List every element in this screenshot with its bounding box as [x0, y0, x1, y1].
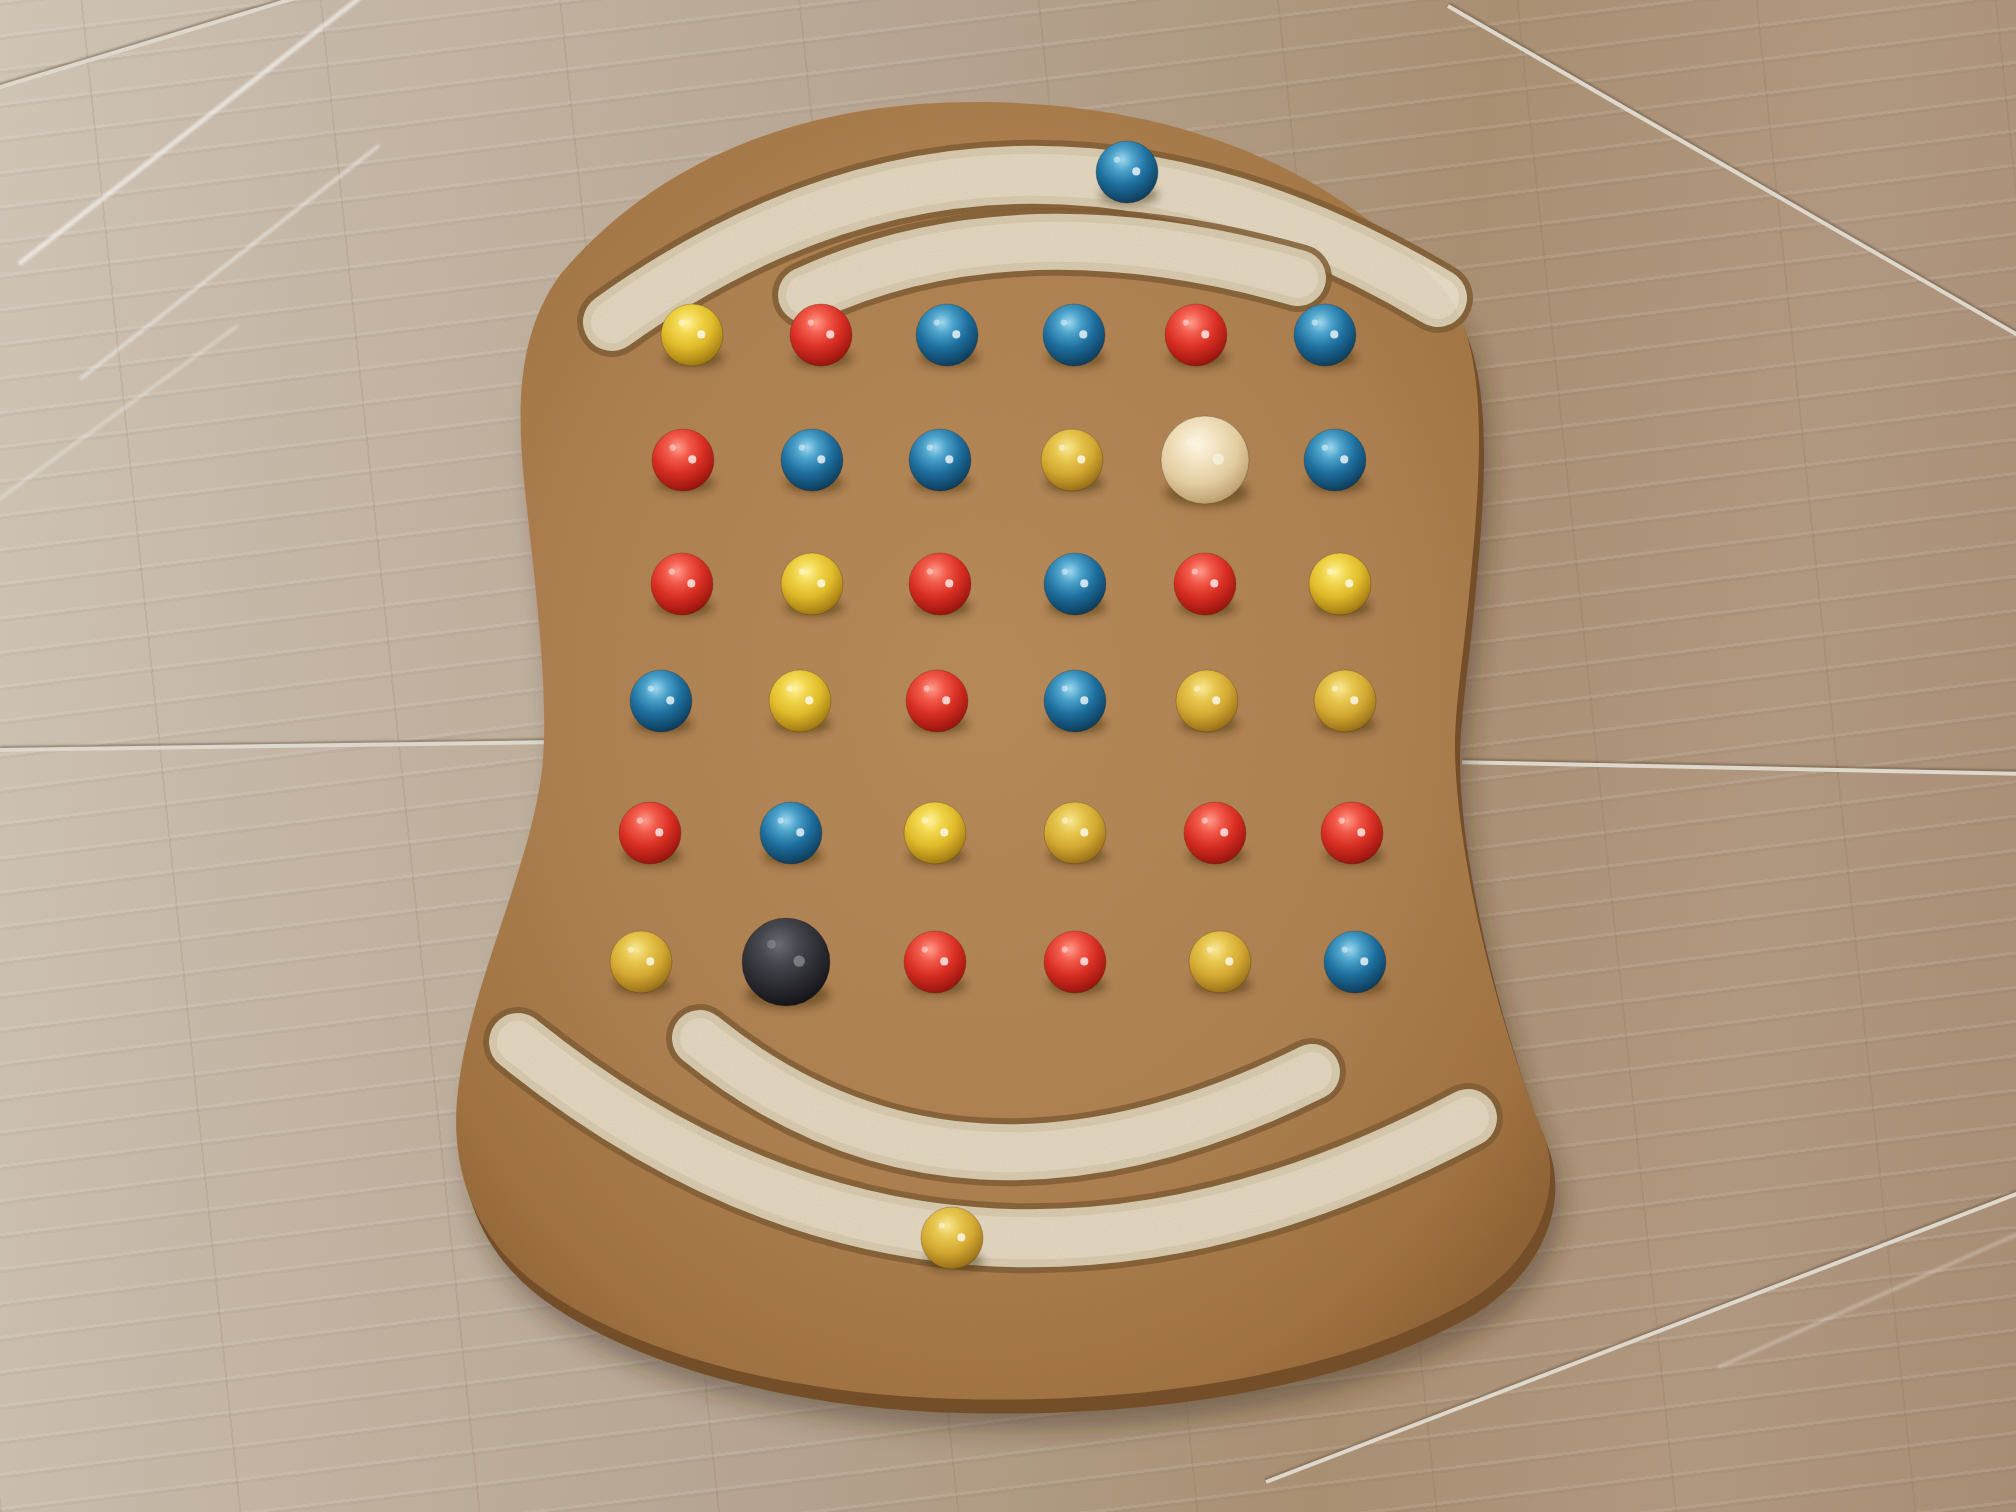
marble-r1c2-red[interactable]: [790, 304, 852, 368]
marble-highlight: [793, 955, 804, 966]
marble-r2c6-blue[interactable]: [1304, 429, 1366, 493]
marble-yellow_wood: [1314, 670, 1376, 732]
marble-blue: [630, 670, 692, 732]
marble-r4c6-yellow_wood[interactable]: [1314, 670, 1376, 734]
marble-r3c5-red[interactable]: [1174, 553, 1236, 617]
marble-highlight: [1332, 686, 1338, 692]
marble-highlight: [1360, 957, 1368, 965]
marble-black: [742, 918, 830, 1006]
marble-highlight: [940, 828, 948, 836]
marble-highlight: [1132, 167, 1140, 175]
marble-blue: [781, 429, 843, 491]
marble-highlight: [637, 818, 643, 824]
marble-highlight: [927, 445, 933, 451]
marble-highlight: [1202, 818, 1208, 824]
marble-r3c6-yellow[interactable]: [1309, 553, 1371, 617]
marble-yellow: [661, 304, 723, 366]
marble-highlight: [1207, 947, 1213, 953]
marble-r5c1-red[interactable]: [619, 802, 681, 866]
marble-blue: [1294, 304, 1356, 366]
marble-r1c4-blue[interactable]: [1043, 304, 1105, 368]
marble-highlight: [826, 330, 834, 338]
marble-r5c6-red[interactable]: [1321, 802, 1383, 866]
marble-r1c6-blue[interactable]: [1294, 304, 1356, 368]
marble-r3c2-yellow[interactable]: [781, 553, 843, 617]
marble-highlight: [628, 947, 634, 953]
marble-highlight: [1350, 696, 1358, 704]
marble-highlight: [1059, 445, 1065, 451]
marble-red: [1044, 931, 1106, 993]
marble-r2c3-blue[interactable]: [909, 429, 971, 493]
marble-yellow: [904, 802, 966, 864]
marble-highlight: [1339, 818, 1345, 824]
marble-red: [1184, 802, 1246, 864]
marble-highlight: [922, 818, 928, 824]
marble-r4c3-red[interactable]: [906, 670, 968, 734]
marble-highlight: [1340, 455, 1348, 463]
marble-highlight: [1330, 330, 1338, 338]
marble-highlight: [767, 940, 776, 949]
marble-yellow_wood: [921, 1207, 983, 1269]
marble-highlight: [1183, 320, 1189, 326]
marble-r6c6-blue[interactable]: [1324, 931, 1386, 995]
marble-top-channel-blue[interactable]: [1096, 141, 1158, 205]
marble-r1c1-yellow[interactable]: [661, 304, 723, 368]
marble-highlight: [817, 579, 825, 587]
marble-r5c5-red[interactable]: [1184, 802, 1246, 866]
marble-highlight: [648, 686, 654, 692]
marble-yellow_wood: [1189, 931, 1251, 993]
marble-highlight: [1220, 828, 1228, 836]
marble-yellow_wood: [1044, 802, 1106, 864]
marble-highlight: [808, 320, 814, 326]
marble-highlight: [778, 818, 784, 824]
marble-highlight: [1345, 579, 1353, 587]
marble-highlight: [927, 569, 933, 575]
marble-yellow_wood: [610, 931, 672, 993]
marble-red: [1165, 304, 1227, 366]
marble-r2c5-natural[interactable]: [1161, 416, 1249, 507]
marble-r2c2-blue[interactable]: [781, 429, 843, 493]
marble-blue: [1096, 141, 1158, 203]
marble-highlight: [646, 957, 654, 965]
marble-highlight: [687, 579, 695, 587]
marble-highlight: [1079, 330, 1087, 338]
marble-highlight: [1114, 157, 1120, 163]
marble-r3c1-red[interactable]: [651, 553, 713, 617]
marble-highlight: [787, 686, 793, 692]
marble-red: [909, 553, 971, 615]
marble-r5c2-blue[interactable]: [760, 802, 822, 866]
marble-highlight: [817, 455, 825, 463]
marble-blue: [916, 304, 978, 366]
marble-highlight: [934, 320, 940, 326]
marble-highlight: [1212, 453, 1223, 464]
marble-highlight: [1194, 686, 1200, 692]
marble-highlight: [1061, 320, 1067, 326]
marble-highlight: [1062, 818, 1068, 824]
marble-highlight: [1322, 445, 1328, 451]
marble-highlight: [697, 330, 705, 338]
marble-highlight: [942, 696, 950, 704]
marble-r3c4-blue[interactable]: [1044, 553, 1106, 617]
marble-r4c4-blue[interactable]: [1044, 670, 1106, 734]
marble-yellow: [781, 553, 843, 615]
marble-highlight: [1062, 947, 1068, 953]
marble-highlight: [922, 947, 928, 953]
marble-r6c3-red[interactable]: [904, 931, 966, 995]
marble-highlight: [1080, 828, 1088, 836]
board-scene: [0, 0, 2016, 1512]
marble-highlight: [1062, 569, 1068, 575]
marble-r5c4-yellow_wood[interactable]: [1044, 802, 1106, 866]
marble-highlight: [688, 455, 696, 463]
marble-r2c4-yellow_wood[interactable]: [1041, 429, 1103, 493]
marble-highlight: [1357, 828, 1365, 836]
marble-highlight: [945, 579, 953, 587]
marble-highlight: [796, 828, 804, 836]
marble-blue: [1044, 553, 1106, 615]
marble-highlight: [1192, 569, 1198, 575]
marble-highlight: [670, 445, 676, 451]
marble-bottom-channel-yellow_wood[interactable]: [921, 1207, 983, 1271]
marble-blue: [1324, 931, 1386, 993]
marble-highlight: [1077, 455, 1085, 463]
marble-yellow_wood: [1176, 670, 1238, 732]
board-texture: [456, 102, 1550, 1400]
marble-highlight: [805, 696, 813, 704]
marble-highlight: [1201, 330, 1209, 338]
marble-blue: [1043, 304, 1105, 366]
marble-r6c5-yellow_wood[interactable]: [1189, 931, 1251, 995]
marble-natural: [1161, 416, 1249, 504]
marble-r4c2-yellow[interactable]: [769, 670, 831, 734]
marble-yellow_wood: [1041, 429, 1103, 491]
marble-highlight: [1212, 696, 1220, 704]
marble-red: [651, 553, 713, 615]
marble-red: [619, 802, 681, 864]
marble-r6c1-yellow_wood[interactable]: [610, 931, 672, 995]
marble-highlight: [957, 1233, 965, 1241]
marble-highlight: [669, 569, 675, 575]
marble-highlight: [1342, 947, 1348, 953]
marble-highlight: [1225, 957, 1233, 965]
marble-highlight: [945, 455, 953, 463]
marble-highlight: [924, 686, 930, 692]
marble-r1c5-red[interactable]: [1165, 304, 1227, 368]
marble-yellow: [1309, 553, 1371, 615]
marble-highlight: [1210, 579, 1218, 587]
marble-red: [1174, 553, 1236, 615]
marble-r1c3-blue[interactable]: [916, 304, 978, 368]
marble-highlight: [679, 320, 685, 326]
marble-red: [904, 931, 966, 993]
marble-red: [790, 304, 852, 366]
marble-highlight: [1080, 696, 1088, 704]
marble-r4c1-blue[interactable]: [630, 670, 692, 734]
marble-r6c2-black[interactable]: [742, 918, 830, 1009]
marble-highlight: [1312, 320, 1318, 326]
marble-r4c5-yellow_wood[interactable]: [1176, 670, 1238, 734]
marble-highlight: [799, 569, 805, 575]
marble-red: [1321, 802, 1383, 864]
marble-highlight: [1062, 686, 1068, 692]
marble-highlight: [1080, 957, 1088, 965]
marble-red: [906, 670, 968, 732]
marble-blue: [909, 429, 971, 491]
marble-r2c1-red[interactable]: [652, 429, 714, 493]
marble-highlight: [952, 330, 960, 338]
marble-blue: [760, 802, 822, 864]
marble-yellow: [769, 670, 831, 732]
marble-highlight: [1186, 438, 1195, 447]
marble-blue: [1304, 429, 1366, 491]
marble-highlight: [1327, 569, 1333, 575]
marble-r5c3-yellow[interactable]: [904, 802, 966, 866]
marble-highlight: [799, 445, 805, 451]
marble-blue: [1044, 670, 1106, 732]
marble-highlight: [1080, 579, 1088, 587]
marble-highlight: [666, 696, 674, 704]
marble-red: [652, 429, 714, 491]
marble-highlight: [939, 1223, 945, 1229]
marble-highlight: [655, 828, 663, 836]
marble-highlight: [940, 957, 948, 965]
marble-r6c4-red[interactable]: [1044, 931, 1106, 995]
marble-r3c3-red[interactable]: [909, 553, 971, 617]
